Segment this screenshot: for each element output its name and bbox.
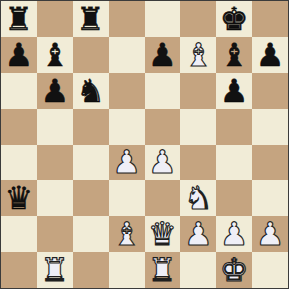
square-d8[interactable] (109, 1, 145, 37)
square-h7[interactable]: ♟ (252, 37, 288, 73)
square-g6[interactable]: ♟ (216, 73, 252, 109)
square-c7[interactable] (73, 37, 109, 73)
square-c4[interactable] (73, 145, 109, 181)
square-b2[interactable] (37, 216, 73, 252)
square-b8[interactable] (37, 1, 73, 37)
square-h5[interactable] (252, 109, 288, 145)
square-h2[interactable]: ♟ (252, 216, 288, 252)
square-g2[interactable]: ♟ (216, 216, 252, 252)
square-h3[interactable] (252, 180, 288, 216)
square-a8[interactable]: ♜ (1, 1, 37, 37)
piece-white-pawn[interactable]: ♟ (184, 218, 213, 250)
square-f1[interactable] (180, 252, 216, 288)
piece-black-pawn[interactable]: ♟ (5, 39, 34, 71)
square-d2[interactable]: ♝ (109, 216, 145, 252)
piece-white-rook[interactable]: ♜ (148, 254, 177, 286)
square-b5[interactable] (37, 109, 73, 145)
piece-black-pawn[interactable]: ♟ (148, 39, 177, 71)
square-d5[interactable] (109, 109, 145, 145)
square-f6[interactable] (180, 73, 216, 109)
piece-white-pawn[interactable]: ♟ (112, 146, 141, 178)
piece-white-bishop[interactable]: ♝ (112, 218, 141, 250)
square-c6[interactable]: ♞ (73, 73, 109, 109)
square-f3[interactable]: ♞ (180, 180, 216, 216)
square-g3[interactable] (216, 180, 252, 216)
piece-white-rook[interactable]: ♜ (40, 254, 69, 286)
square-a7[interactable]: ♟ (1, 37, 37, 73)
square-e4[interactable]: ♟ (145, 145, 181, 181)
piece-black-bishop[interactable]: ♝ (220, 39, 249, 71)
square-b3[interactable] (37, 180, 73, 216)
square-a1[interactable] (1, 252, 37, 288)
square-g7[interactable]: ♝ (216, 37, 252, 73)
square-b7[interactable]: ♝ (37, 37, 73, 73)
square-a4[interactable] (1, 145, 37, 181)
piece-white-knight[interactable]: ♞ (184, 182, 213, 214)
square-b1[interactable]: ♜ (37, 252, 73, 288)
square-e3[interactable] (145, 180, 181, 216)
piece-white-pawn[interactable]: ♟ (220, 218, 249, 250)
square-f8[interactable] (180, 1, 216, 37)
square-c8[interactable]: ♜ (73, 1, 109, 37)
square-e2[interactable]: ♛ (145, 216, 181, 252)
piece-black-bishop[interactable]: ♝ (40, 39, 69, 71)
piece-black-king[interactable]: ♚ (220, 3, 249, 35)
piece-black-pawn[interactable]: ♟ (40, 75, 69, 107)
piece-black-rook[interactable]: ♜ (5, 3, 34, 35)
square-h6[interactable] (252, 73, 288, 109)
square-c3[interactable] (73, 180, 109, 216)
square-g5[interactable] (216, 109, 252, 145)
square-e1[interactable]: ♜ (145, 252, 181, 288)
square-d3[interactable] (109, 180, 145, 216)
square-c2[interactable] (73, 216, 109, 252)
piece-white-queen[interactable]: ♛ (148, 218, 177, 250)
square-f4[interactable] (180, 145, 216, 181)
square-c1[interactable] (73, 252, 109, 288)
piece-black-queen[interactable]: ♛ (5, 182, 34, 214)
square-h4[interactable] (252, 145, 288, 181)
chess-board: ♜♜♚♟♝♟♝♝♟♟♞♟♟♟♛♞♝♛♟♟♟♜♜♚ (0, 0, 289, 289)
square-e5[interactable] (145, 109, 181, 145)
square-d1[interactable] (109, 252, 145, 288)
square-f7[interactable]: ♝ (180, 37, 216, 73)
piece-black-knight[interactable]: ♞ (76, 75, 105, 107)
square-g8[interactable]: ♚ (216, 1, 252, 37)
square-g4[interactable] (216, 145, 252, 181)
piece-white-pawn[interactable]: ♟ (256, 218, 285, 250)
piece-white-bishop[interactable]: ♝ (184, 39, 213, 71)
square-e8[interactable] (145, 1, 181, 37)
piece-black-pawn[interactable]: ♟ (220, 75, 249, 107)
square-d7[interactable] (109, 37, 145, 73)
square-d6[interactable] (109, 73, 145, 109)
piece-white-king[interactable]: ♚ (220, 254, 249, 286)
square-b6[interactable]: ♟ (37, 73, 73, 109)
square-a5[interactable] (1, 109, 37, 145)
square-f5[interactable] (180, 109, 216, 145)
piece-black-pawn[interactable]: ♟ (256, 39, 285, 71)
square-h8[interactable] (252, 1, 288, 37)
square-e6[interactable] (145, 73, 181, 109)
square-g1[interactable]: ♚ (216, 252, 252, 288)
square-e7[interactable]: ♟ (145, 37, 181, 73)
square-h1[interactable] (252, 252, 288, 288)
square-f2[interactable]: ♟ (180, 216, 216, 252)
piece-white-pawn[interactable]: ♟ (148, 146, 177, 178)
square-c5[interactable] (73, 109, 109, 145)
square-b4[interactable] (37, 145, 73, 181)
square-a3[interactable]: ♛ (1, 180, 37, 216)
square-a2[interactable] (1, 216, 37, 252)
square-a6[interactable] (1, 73, 37, 109)
square-d4[interactable]: ♟ (109, 145, 145, 181)
piece-black-rook[interactable]: ♜ (76, 3, 105, 35)
